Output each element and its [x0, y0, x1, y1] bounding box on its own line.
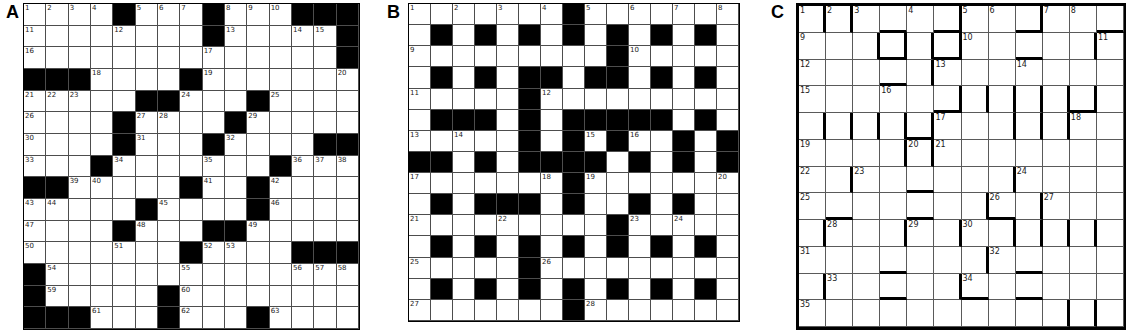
cell-A-r7c14-block — [314, 134, 336, 156]
cell-B-r4c1 — [409, 67, 431, 88]
cell-A-r11c1: 47 — [24, 221, 46, 243]
clue-number: 2 — [47, 4, 51, 12]
cell-B-r5c14 — [695, 89, 717, 110]
cell-B-r1c2 — [431, 4, 453, 25]
cell-A-r13c5 — [113, 264, 135, 286]
cell-C-r3c1: 12 — [799, 60, 826, 87]
clue-number: 35 — [204, 156, 213, 164]
cell-C-r3c10 — [1043, 60, 1070, 87]
clue-number: 29 — [248, 112, 257, 120]
cell-B-r7c8-block — [563, 131, 585, 152]
clue-number: 24 — [674, 215, 683, 223]
cell-B-r5c3 — [453, 89, 475, 110]
cell-A-r5c7-block — [158, 91, 180, 113]
cell-C-r1c8: 6 — [989, 6, 1016, 33]
cell-A-r1c7: 6 — [158, 4, 180, 26]
clue-number: 15 — [315, 26, 324, 34]
cell-B-r9c3 — [453, 173, 475, 194]
cell-C-r3c8 — [989, 60, 1016, 87]
cell-B-r5c2 — [431, 89, 453, 110]
cell-C-r10c5 — [907, 247, 934, 274]
cell-A-r8c3 — [69, 156, 91, 178]
cell-C-r11c2: 33 — [826, 274, 853, 301]
cell-B-r11c8 — [563, 215, 585, 236]
clue-number: 22 — [47, 91, 56, 99]
cell-C-r5c1 — [799, 113, 826, 140]
cell-C-r1c2: 2 — [826, 6, 853, 33]
cell-A-r2c3 — [69, 26, 91, 48]
cell-C-r3c7 — [962, 60, 989, 87]
cell-B-r14c6-block — [519, 279, 541, 300]
cell-B-r10c7 — [541, 194, 563, 215]
cell-C-r8c9 — [1016, 193, 1043, 220]
cell-A-r4c15: 20 — [337, 69, 359, 91]
cell-B-r11c14 — [695, 215, 717, 236]
cell-C-r6c12 — [1097, 140, 1124, 167]
cell-C-r7c5 — [907, 167, 934, 194]
cell-B-r4c12-block — [651, 67, 673, 88]
cell-A-r5c11-block — [247, 91, 269, 113]
cell-A-r12c4 — [91, 242, 113, 264]
cell-C-r7c4 — [880, 167, 907, 194]
cell-C-r9c2: 28 — [826, 220, 853, 247]
cell-B-r4c11 — [629, 67, 651, 88]
cell-B-r5c7: 12 — [541, 89, 563, 110]
cell-B-r3c15 — [717, 46, 739, 67]
cell-A-r11c7 — [158, 221, 180, 243]
cell-B-r12c8-block — [563, 236, 585, 257]
cell-B-r8c15-block — [717, 152, 739, 173]
cell-A-r14c12 — [270, 286, 292, 308]
cell-B-r12c5 — [497, 236, 519, 257]
clue-number: 52 — [204, 242, 213, 250]
cell-B-r7c15-block — [717, 131, 739, 152]
cell-A-r7c12 — [270, 134, 292, 156]
cell-B-r7c10-block — [607, 131, 629, 152]
cell-B-r14c14-block — [695, 279, 717, 300]
cell-A-r15c7-block — [158, 307, 180, 329]
cell-B-r3c8 — [563, 46, 585, 67]
cell-C-r7c7 — [962, 167, 989, 194]
cell-B-r6c12-block — [651, 110, 673, 131]
cell-B-r10c8-block — [563, 194, 585, 215]
cell-A-r12c11 — [247, 242, 269, 264]
clue-number: 11 — [25, 26, 34, 34]
cell-C-r12c1: 35 — [799, 300, 826, 327]
cell-C-r9c11 — [1070, 220, 1097, 247]
cell-B-r7c12 — [651, 131, 673, 152]
cell-C-r6c8 — [989, 140, 1016, 167]
cell-B-r3c12 — [651, 46, 673, 67]
cell-C-r3c3 — [853, 60, 880, 87]
cell-B-r6c13 — [673, 110, 695, 131]
cell-A-r1c5-block — [113, 4, 135, 26]
cell-C-r7c2 — [826, 167, 853, 194]
cell-B-r11c15 — [717, 215, 739, 236]
cell-A-r9c7 — [158, 177, 180, 199]
cell-C-r10c9 — [1016, 247, 1043, 274]
clue-number: 50 — [25, 242, 34, 250]
cell-A-r12c5: 51 — [113, 242, 135, 264]
cell-C-r4c10 — [1043, 86, 1070, 113]
cell-C-r9c5: 29 — [907, 220, 934, 247]
cell-C-r6c6: 21 — [934, 140, 961, 167]
cell-A-r10c12: 46 — [270, 199, 292, 221]
clue-number: 12 — [542, 89, 551, 97]
clue-number: 35 — [800, 300, 810, 309]
clue-number: 23 — [630, 215, 639, 223]
cell-A-r6c15 — [337, 112, 359, 134]
cell-C-r6c11 — [1070, 140, 1097, 167]
cell-B-r12c7 — [541, 236, 563, 257]
cell-B-r9c1: 17 — [409, 173, 431, 194]
cell-A-r12c14-block — [314, 242, 336, 264]
clue-number: 23 — [70, 91, 79, 99]
cell-B-r8c7-block — [541, 152, 563, 173]
clue-number: 8 — [718, 4, 722, 12]
cell-B-r6c8-block — [563, 110, 585, 131]
cell-C-r7c1: 22 — [799, 167, 826, 194]
clue-number: 61 — [92, 307, 101, 315]
cell-C-r11c4 — [880, 274, 907, 301]
clue-number: 48 — [137, 221, 146, 229]
clue-number: 24 — [181, 91, 190, 99]
crossword-grid-b: 1234567891011121314151617181920212223242… — [408, 3, 740, 322]
cell-A-r7c2 — [46, 134, 68, 156]
cell-A-r3c13 — [292, 47, 314, 69]
clue-number: 17 — [204, 47, 213, 55]
cell-A-r15c9 — [203, 307, 225, 329]
cell-C-r10c1: 31 — [799, 247, 826, 274]
cell-B-r7c3: 14 — [453, 131, 475, 152]
cell-B-r4c4-block — [475, 67, 497, 88]
clue-number: 11 — [1098, 33, 1108, 42]
clue-number: 59 — [47, 286, 56, 294]
cell-C-r5c2 — [826, 113, 853, 140]
cell-C-r8c1: 25 — [799, 193, 826, 220]
cell-A-r4c12 — [270, 69, 292, 91]
cell-A-r15c5 — [113, 307, 135, 329]
cell-A-r15c11-block — [247, 307, 269, 329]
clue-number: 32 — [990, 247, 1000, 256]
cell-A-r6c8 — [180, 112, 202, 134]
cell-A-r13c15: 58 — [337, 264, 359, 286]
cell-B-r10c14 — [695, 194, 717, 215]
cell-C-r10c4 — [880, 247, 907, 274]
cell-A-r9c6 — [136, 177, 158, 199]
cell-C-r4c2 — [826, 86, 853, 113]
panel-label-a: A — [6, 2, 19, 23]
clue-number: 38 — [338, 156, 347, 164]
cell-B-r14c5 — [497, 279, 519, 300]
cell-C-r2c2 — [826, 33, 853, 60]
cell-B-r6c6-block — [519, 110, 541, 131]
cell-B-r12c1 — [409, 236, 431, 257]
clue-number: 5 — [137, 4, 141, 12]
cell-C-r7c12 — [1097, 167, 1124, 194]
cell-B-r13c7: 26 — [541, 258, 563, 279]
clue-number: 1 — [25, 4, 29, 12]
clue-number: 4 — [542, 4, 546, 12]
cell-B-r13c11 — [629, 258, 651, 279]
cell-C-r11c9 — [1016, 274, 1043, 301]
cell-C-r8c7 — [962, 193, 989, 220]
cell-A-r10c2: 44 — [46, 199, 68, 221]
clue-number: 6 — [630, 4, 634, 12]
cell-A-r13c12 — [270, 264, 292, 286]
cell-B-r10c6-block — [519, 194, 541, 215]
cell-B-r8c14 — [695, 152, 717, 173]
clue-number: 27 — [137, 112, 146, 120]
clue-number: 20 — [338, 69, 347, 77]
cell-B-r3c1: 9 — [409, 46, 431, 67]
cell-A-r7c3 — [69, 134, 91, 156]
clue-number: 30 — [25, 134, 34, 142]
cell-B-r10c13-block — [673, 194, 695, 215]
cell-B-r3c10-block — [607, 46, 629, 67]
cell-C-r5c4 — [880, 113, 907, 140]
cell-C-r4c6 — [934, 86, 961, 113]
clue-number: 53 — [226, 242, 235, 250]
cell-C-r7c8 — [989, 167, 1016, 194]
cell-A-r14c7-block — [158, 286, 180, 308]
cell-B-r10c15 — [717, 194, 739, 215]
cell-B-r12c10-block — [607, 236, 629, 257]
cell-A-r4c2-block — [46, 69, 68, 91]
cell-A-r11c10-block — [225, 221, 247, 243]
cell-A-r2c6 — [136, 26, 158, 48]
cell-A-r6c10-block — [225, 112, 247, 134]
cell-B-r13c3 — [453, 258, 475, 279]
cell-C-r11c3 — [853, 274, 880, 301]
cell-C-r12c5 — [907, 300, 934, 327]
cell-A-r14c9 — [203, 286, 225, 308]
cell-A-r4c6 — [136, 69, 158, 91]
cell-B-r2c15 — [717, 25, 739, 46]
cell-A-r14c3 — [69, 286, 91, 308]
cell-A-r2c10: 13 — [225, 26, 247, 48]
cell-A-r4c1-block — [24, 69, 46, 91]
cell-A-r14c14 — [314, 286, 336, 308]
clue-number: 17 — [410, 173, 419, 181]
cell-C-r9c12 — [1097, 220, 1124, 247]
cell-C-r1c5: 4 — [907, 6, 934, 33]
cell-B-r6c3-block — [453, 110, 475, 131]
cell-B-r11c11: 23 — [629, 215, 651, 236]
cell-A-r10c8 — [180, 199, 202, 221]
clue-number: 23 — [854, 167, 864, 176]
cell-C-r1c10: 7 — [1043, 6, 1070, 33]
cell-B-r11c6 — [519, 215, 541, 236]
cell-A-r8c2 — [46, 156, 68, 178]
cell-C-r11c11 — [1070, 274, 1097, 301]
cell-C-r2c11 — [1070, 33, 1097, 60]
cell-B-r1c5: 3 — [497, 4, 519, 25]
cell-C-r12c8 — [989, 300, 1016, 327]
cell-A-r12c3 — [69, 242, 91, 264]
clue-number: 15 — [586, 131, 595, 139]
cell-A-r11c12 — [270, 221, 292, 243]
cell-A-r6c2 — [46, 112, 68, 134]
clue-number: 54 — [47, 264, 56, 272]
clue-number: 12 — [800, 60, 810, 69]
cell-A-r8c11 — [247, 156, 269, 178]
cell-A-r1c11: 9 — [247, 4, 269, 26]
clue-number: 6 — [159, 4, 163, 12]
cell-B-r4c13 — [673, 67, 695, 88]
cell-C-r6c7 — [962, 140, 989, 167]
cell-C-r12c6 — [934, 300, 961, 327]
clue-number: 21 — [935, 140, 945, 149]
cell-A-r8c12-block — [270, 156, 292, 178]
cell-B-r11c12 — [651, 215, 673, 236]
cell-C-r10c8: 32 — [989, 247, 1016, 274]
cell-B-r8c6-block — [519, 152, 541, 173]
cell-B-r6c5 — [497, 110, 519, 131]
cell-C-r7c6 — [934, 167, 961, 194]
cell-B-r14c3 — [453, 279, 475, 300]
cell-A-r3c10 — [225, 47, 247, 69]
cell-B-r2c8-block — [563, 25, 585, 46]
cell-B-r14c1 — [409, 279, 431, 300]
cell-A-r7c9-block — [203, 134, 225, 156]
clue-number: 10 — [630, 46, 639, 54]
cell-C-r1c9 — [1016, 6, 1043, 33]
cell-B-r4c5 — [497, 67, 519, 88]
clue-number: 31 — [137, 134, 146, 142]
clue-number: 9 — [410, 46, 414, 54]
cell-C-r1c12 — [1097, 6, 1124, 33]
cell-A-r13c10 — [225, 264, 247, 286]
clue-number: 34 — [963, 274, 973, 283]
cell-B-r2c13 — [673, 25, 695, 46]
cell-B-r7c11: 16 — [629, 131, 651, 152]
clue-number: 60 — [181, 286, 190, 294]
cell-A-r14c2: 59 — [46, 286, 68, 308]
cell-C-r4c1: 15 — [799, 86, 826, 113]
cell-A-r3c7 — [158, 47, 180, 69]
cell-B-r1c14 — [695, 4, 717, 25]
cell-A-r14c11 — [247, 286, 269, 308]
cell-A-r7c13 — [292, 134, 314, 156]
cell-A-r12c2 — [46, 242, 68, 264]
figure-three-crossword-grids: A B C 1234567891011121314151617181920212… — [0, 0, 1126, 331]
cell-A-r15c15 — [337, 307, 359, 329]
clue-number: 32 — [226, 134, 235, 142]
cell-B-r15c8-block — [563, 300, 585, 321]
cell-A-r2c5: 12 — [113, 26, 135, 48]
cell-B-r3c14 — [695, 46, 717, 67]
cell-C-r8c10: 27 — [1043, 193, 1070, 220]
cell-B-r12c12-block — [651, 236, 673, 257]
clue-number: 40 — [92, 177, 101, 185]
clue-number: 10 — [963, 33, 973, 42]
cell-A-r4c11 — [247, 69, 269, 91]
cell-C-r12c4 — [880, 300, 907, 327]
clue-number: 57 — [315, 264, 324, 272]
cell-A-r9c13 — [292, 177, 314, 199]
cell-C-r6c10 — [1043, 140, 1070, 167]
cell-C-r8c11 — [1070, 193, 1097, 220]
cell-A-r3c2 — [46, 47, 68, 69]
clue-number: 30 — [963, 220, 973, 229]
cell-B-r2c11 — [629, 25, 651, 46]
cell-A-r14c5 — [113, 286, 135, 308]
cell-A-r2c2 — [46, 26, 68, 48]
cell-A-r6c1: 26 — [24, 112, 46, 134]
cell-B-r5c8 — [563, 89, 585, 110]
cell-A-r4c3-block — [69, 69, 91, 91]
cell-C-r3c11 — [1070, 60, 1097, 87]
cell-C-r6c2 — [826, 140, 853, 167]
cell-B-r5c6-block — [519, 89, 541, 110]
cell-B-r7c14 — [695, 131, 717, 152]
cell-B-r12c14-block — [695, 236, 717, 257]
cell-C-r9c3 — [853, 220, 880, 247]
clue-number: 20 — [908, 140, 918, 149]
clue-number: 7 — [674, 4, 678, 12]
cell-B-r15c13 — [673, 300, 695, 321]
cell-A-r2c9-block — [203, 26, 225, 48]
clue-number: 5 — [963, 6, 968, 15]
clue-number: 19 — [800, 140, 810, 149]
cell-A-r10c3 — [69, 199, 91, 221]
cell-B-r12c3 — [453, 236, 475, 257]
cell-A-r8c4-block — [91, 156, 113, 178]
cell-C-r9c10 — [1043, 220, 1070, 247]
cell-A-r12c13-block — [292, 242, 314, 264]
cell-B-r15c6 — [519, 300, 541, 321]
cell-B-r9c4 — [475, 173, 497, 194]
cell-B-r12c4-block — [475, 236, 497, 257]
cell-B-r9c5 — [497, 173, 519, 194]
cell-B-r11c4 — [475, 215, 497, 236]
cell-A-r8c13: 36 — [292, 156, 314, 178]
cell-B-r6c14-block — [695, 110, 717, 131]
cell-B-r14c7 — [541, 279, 563, 300]
clue-number: 25 — [410, 258, 419, 266]
clue-number: 18 — [542, 173, 551, 181]
cell-B-r14c13 — [673, 279, 695, 300]
cell-A-r4c10 — [225, 69, 247, 91]
cell-A-r13c4 — [91, 264, 113, 286]
cell-C-r11c7: 34 — [962, 274, 989, 301]
cell-B-r4c7-block — [541, 67, 563, 88]
cell-B-r2c2-block — [431, 25, 453, 46]
cell-C-r10c2 — [826, 247, 853, 274]
clue-number: 33 — [25, 156, 34, 164]
cell-B-r8c12 — [651, 152, 673, 173]
cell-A-r4c14 — [314, 69, 336, 91]
cell-A-r12c1: 50 — [24, 242, 46, 264]
cell-C-r12c9 — [1016, 300, 1043, 327]
cell-B-r6c2-block — [431, 110, 453, 131]
clue-number: 8 — [1071, 6, 1076, 15]
cell-A-r15c4: 61 — [91, 307, 113, 329]
cell-C-r8c12 — [1097, 193, 1124, 220]
cell-C-r1c4 — [880, 6, 907, 33]
cell-A-r11c8 — [180, 221, 202, 243]
cell-C-r3c12 — [1097, 60, 1124, 87]
cell-C-r7c11 — [1070, 167, 1097, 194]
cell-A-r15c12: 63 — [270, 307, 292, 329]
cell-C-r1c6 — [934, 6, 961, 33]
cell-A-r14c15 — [337, 286, 359, 308]
cell-A-r12c9: 52 — [203, 242, 225, 264]
clue-number: 51 — [114, 242, 123, 250]
clue-number: 28 — [827, 220, 837, 229]
cell-B-r14c10-block — [607, 279, 629, 300]
